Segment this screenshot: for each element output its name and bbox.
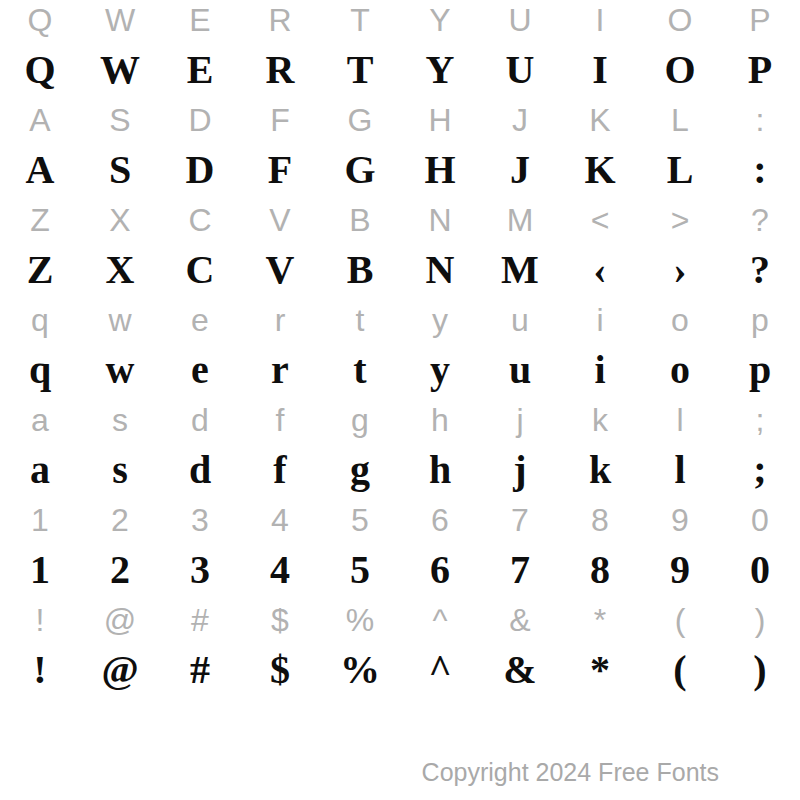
char-cell: S — [109, 150, 131, 190]
char-cell: q — [29, 350, 51, 390]
char-cell: D — [188, 104, 211, 136]
char-cell: f — [273, 450, 286, 490]
char-cell: h — [431, 404, 449, 436]
char-cell: N — [428, 204, 451, 236]
char-cell: V — [269, 204, 290, 236]
char-cell: ) — [753, 650, 766, 690]
char-cell: M — [507, 204, 534, 236]
char-cell: P — [748, 50, 772, 90]
char-cell: * — [590, 650, 610, 690]
char-row-gray: QWERTYUIOP — [0, 0, 800, 40]
char-cell: D — [186, 150, 215, 190]
char-cell: Y — [429, 4, 450, 36]
char-cell: j — [513, 450, 526, 490]
char-cell: C — [188, 204, 211, 236]
char-cell: 5 — [351, 504, 369, 536]
char-cell: * — [594, 604, 606, 636]
char-cell: U — [508, 4, 531, 36]
char-cell: # — [191, 604, 209, 636]
char-cell: t — [356, 304, 365, 336]
character-map-grid: QWERTYUIOPQWERTYUIOPASDFGHJKL:ASDFGHJKL:… — [0, 0, 800, 700]
char-cell: 9 — [671, 504, 689, 536]
char-cell: T — [347, 50, 374, 90]
char-cell: 3 — [190, 550, 210, 590]
char-cell: B — [347, 250, 374, 290]
char-cell: 1 — [30, 550, 50, 590]
char-cell: I — [596, 4, 605, 36]
char-cell: L — [667, 150, 694, 190]
char-row-black: asdfghjkl; — [0, 440, 800, 500]
char-cell: B — [349, 204, 370, 236]
char-cell: p — [751, 304, 769, 336]
char-row-black: !@#$%^&*() — [0, 640, 800, 700]
char-cell: f — [276, 404, 285, 436]
char-cell: ? — [751, 204, 769, 236]
char-cell: o — [670, 350, 690, 390]
char-cell: d — [191, 404, 209, 436]
char-cell: 2 — [111, 504, 129, 536]
char-cell: W — [100, 50, 140, 90]
char-cell: g — [351, 404, 369, 436]
char-cell: w — [108, 304, 131, 336]
char-cell: & — [509, 604, 530, 636]
char-row-gray: ZXCVBNM<>? — [0, 200, 800, 240]
char-cell: ) — [755, 604, 766, 636]
char-cell: $ — [271, 604, 289, 636]
char-cell: F — [270, 104, 290, 136]
char-row-gray: ASDFGHJKL: — [0, 100, 800, 140]
char-cell: 8 — [591, 504, 609, 536]
char-cell: ? — [750, 250, 770, 290]
char-cell: ( — [673, 650, 686, 690]
char-cell: Q — [28, 4, 53, 36]
char-cell: > — [671, 204, 690, 236]
char-cell: Z — [27, 250, 54, 290]
char-cell: ( — [675, 604, 686, 636]
font-specimen-page: QWERTYUIOPQWERTYUIOPASDFGHJKL:ASDFGHJKL:… — [0, 0, 800, 800]
copyright-text: Copyright 2024 Free Fonts — [422, 757, 719, 787]
char-cell: w — [106, 350, 135, 390]
char-cell: s — [112, 450, 128, 490]
char-cell: J — [512, 104, 528, 136]
char-cell: l — [676, 404, 683, 436]
char-cell: % — [346, 604, 374, 636]
char-cell: # — [190, 650, 210, 690]
char-cell: r — [271, 350, 289, 390]
char-cell: I — [592, 50, 608, 90]
char-cell: Z — [30, 204, 50, 236]
char-cell: < — [591, 204, 610, 236]
char-cell: q — [31, 304, 49, 336]
char-cell: ^ — [428, 650, 451, 690]
char-cell: 7 — [510, 550, 530, 590]
char-cell: R — [266, 50, 295, 90]
char-cell: d — [189, 450, 211, 490]
char-cell: V — [266, 250, 295, 290]
char-cell: L — [671, 104, 689, 136]
char-cell: a — [31, 404, 49, 436]
char-cell: T — [350, 4, 370, 36]
char-cell: W — [105, 4, 135, 36]
char-cell: 1 — [31, 504, 49, 536]
char-cell: E — [189, 4, 210, 36]
char-cell: 3 — [191, 504, 209, 536]
char-cell: ! — [33, 650, 46, 690]
char-cell: $ — [270, 650, 290, 690]
char-cell: : — [753, 150, 766, 190]
char-cell: g — [350, 450, 370, 490]
char-cell: O — [668, 4, 693, 36]
char-row-black: qwertyuiop — [0, 340, 800, 400]
char-cell: C — [186, 250, 215, 290]
char-cell: y — [430, 350, 450, 390]
char-cell: & — [503, 650, 536, 690]
char-cell: a — [30, 450, 50, 490]
char-row-gray: !@#$%^&*() — [0, 600, 800, 640]
char-cell: Q — [24, 50, 55, 90]
char-cell: K — [589, 104, 610, 136]
char-row-gray: qwertyuiop — [0, 300, 800, 340]
char-cell: ‹ — [593, 250, 606, 290]
char-cell: M — [501, 250, 539, 290]
char-cell: X — [106, 250, 135, 290]
char-cell: 6 — [431, 504, 449, 536]
char-cell: e — [191, 304, 209, 336]
char-cell: E — [187, 50, 214, 90]
char-cell: ! — [36, 604, 45, 636]
char-cell: u — [509, 350, 531, 390]
char-cell: u — [511, 304, 529, 336]
char-cell: t — [353, 350, 366, 390]
char-cell: A — [26, 150, 55, 190]
char-cell: p — [749, 350, 771, 390]
char-cell: e — [191, 350, 209, 390]
char-cell: @ — [104, 604, 136, 636]
char-cell: k — [589, 450, 611, 490]
char-cell: 2 — [110, 550, 130, 590]
char-cell: : — [756, 104, 765, 136]
char-cell: h — [429, 450, 451, 490]
char-cell: i — [594, 350, 605, 390]
char-cell: U — [506, 50, 535, 90]
char-cell: ; — [753, 450, 766, 490]
char-cell: 0 — [751, 504, 769, 536]
char-cell: A — [29, 104, 50, 136]
char-cell: S — [109, 104, 130, 136]
char-cell: ^ — [432, 604, 447, 636]
char-cell: k — [592, 404, 608, 436]
char-row-black: QWERTYUIOP — [0, 40, 800, 100]
char-cell: Y — [426, 50, 455, 90]
char-row-gray: asdfghjkl; — [0, 400, 800, 440]
char-cell: H — [424, 150, 455, 190]
char-row-gray: 1234567890 — [0, 500, 800, 540]
char-cell: r — [275, 304, 286, 336]
char-cell: G — [348, 104, 373, 136]
char-cell: J — [510, 150, 530, 190]
char-cell: N — [426, 250, 455, 290]
char-cell: › — [673, 250, 686, 290]
char-cell: j — [516, 404, 523, 436]
char-cell: 6 — [430, 550, 450, 590]
char-cell: H — [428, 104, 451, 136]
char-cell: ; — [756, 404, 765, 436]
char-cell: @ — [101, 650, 138, 690]
char-cell: o — [671, 304, 689, 336]
char-cell: G — [344, 150, 375, 190]
char-cell: 4 — [271, 504, 289, 536]
char-row-black: ASDFGHJKL: — [0, 140, 800, 200]
char-cell: l — [674, 450, 685, 490]
char-cell: s — [112, 404, 128, 436]
char-cell: 0 — [750, 550, 770, 590]
char-cell: F — [268, 150, 292, 190]
char-cell: % — [340, 650, 380, 690]
char-cell: 4 — [270, 550, 290, 590]
char-cell: K — [584, 150, 615, 190]
char-cell: i — [596, 304, 603, 336]
char-row-black: ZXCVBNM‹›? — [0, 240, 800, 300]
char-cell: P — [749, 4, 770, 36]
char-cell: O — [664, 50, 695, 90]
char-cell: 5 — [350, 550, 370, 590]
char-row-black: 1234567890 — [0, 540, 800, 600]
char-cell: X — [109, 204, 130, 236]
char-cell: 8 — [590, 550, 610, 590]
char-cell: 9 — [670, 550, 690, 590]
char-cell: R — [268, 4, 291, 36]
char-cell: y — [432, 304, 448, 336]
char-cell: 7 — [511, 504, 529, 536]
